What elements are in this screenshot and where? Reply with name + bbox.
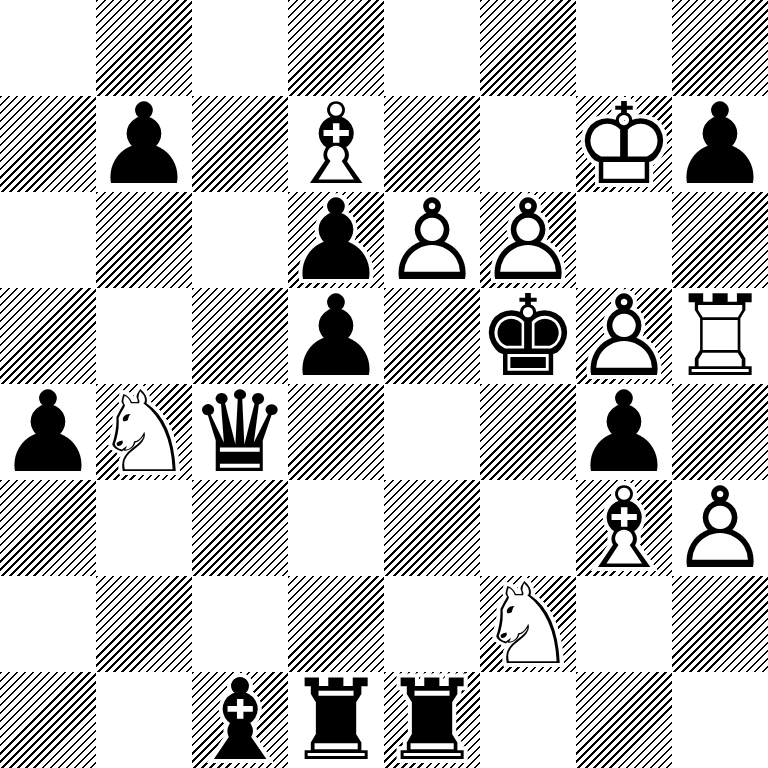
piece-white-king[interactable]: ♔ xyxy=(576,96,672,192)
square-c4[interactable]: ♛♛ xyxy=(192,384,288,480)
piece-black-pawn[interactable]: ♟ xyxy=(96,96,192,192)
square-d5[interactable]: ♟♟ xyxy=(288,288,384,384)
square-e1[interactable]: ♜♜ xyxy=(384,672,480,768)
square-b4[interactable]: ♞♘ xyxy=(96,384,192,480)
piece-black-bishop[interactable]: ♝ xyxy=(192,672,288,768)
square-c1[interactable]: ♝♝ xyxy=(192,672,288,768)
piece-white-pawn[interactable]: ♙ xyxy=(672,480,768,576)
square-g3[interactable]: ♝♗ xyxy=(576,480,672,576)
piece-black-rook[interactable]: ♜ xyxy=(384,672,480,768)
piece-black-pawn[interactable]: ♟ xyxy=(288,288,384,384)
square-a8[interactable] xyxy=(0,0,96,96)
square-c7[interactable] xyxy=(192,96,288,192)
square-c8[interactable] xyxy=(192,0,288,96)
chess-board: ♟♟♝♗♚♔♟♟♟♟♟♙♟♙♟♟♚♚♟♙♜♖♟♟♞♘♛♛♟♟♝♗♟♙♞♘♝♝♜♜… xyxy=(0,0,768,768)
square-a4[interactable]: ♟♟ xyxy=(0,384,96,480)
square-a2[interactable] xyxy=(0,576,96,672)
square-f5[interactable]: ♚♚ xyxy=(480,288,576,384)
piece-black-rook[interactable]: ♜ xyxy=(288,672,384,768)
piece-white-bishop[interactable]: ♗ xyxy=(576,480,672,576)
piece-white-knight[interactable]: ♘ xyxy=(480,576,576,672)
piece-white-rook[interactable]: ♖ xyxy=(672,288,768,384)
square-c6[interactable] xyxy=(192,192,288,288)
square-g7[interactable]: ♚♔ xyxy=(576,96,672,192)
square-b1[interactable] xyxy=(96,672,192,768)
square-h5[interactable]: ♜♖ xyxy=(672,288,768,384)
square-h1[interactable] xyxy=(672,672,768,768)
square-b6[interactable] xyxy=(96,192,192,288)
square-d4[interactable] xyxy=(288,384,384,480)
square-f1[interactable] xyxy=(480,672,576,768)
piece-black-pawn[interactable]: ♟ xyxy=(672,96,768,192)
square-b2[interactable] xyxy=(96,576,192,672)
piece-black-queen[interactable]: ♛ xyxy=(192,384,288,480)
piece-black-pawn[interactable]: ♟ xyxy=(0,384,96,480)
square-b7[interactable]: ♟♟ xyxy=(96,96,192,192)
square-h3[interactable]: ♟♙ xyxy=(672,480,768,576)
piece-black-king[interactable]: ♚ xyxy=(480,288,576,384)
square-a3[interactable] xyxy=(0,480,96,576)
square-g2[interactable] xyxy=(576,576,672,672)
square-e3[interactable] xyxy=(384,480,480,576)
piece-white-pawn[interactable]: ♙ xyxy=(384,192,480,288)
square-d3[interactable] xyxy=(288,480,384,576)
square-h2[interactable] xyxy=(672,576,768,672)
square-b3[interactable] xyxy=(96,480,192,576)
square-a1[interactable] xyxy=(0,672,96,768)
square-f8[interactable] xyxy=(480,0,576,96)
square-e6[interactable]: ♟♙ xyxy=(384,192,480,288)
square-e8[interactable] xyxy=(384,0,480,96)
square-g1[interactable] xyxy=(576,672,672,768)
square-a7[interactable] xyxy=(0,96,96,192)
square-c3[interactable] xyxy=(192,480,288,576)
square-d1[interactable]: ♜♜ xyxy=(288,672,384,768)
square-e5[interactable] xyxy=(384,288,480,384)
square-f4[interactable] xyxy=(480,384,576,480)
piece-white-knight[interactable]: ♘ xyxy=(96,384,192,480)
square-f2[interactable]: ♞♘ xyxy=(480,576,576,672)
square-h7[interactable]: ♟♟ xyxy=(672,96,768,192)
square-a6[interactable] xyxy=(0,192,96,288)
square-e4[interactable] xyxy=(384,384,480,480)
